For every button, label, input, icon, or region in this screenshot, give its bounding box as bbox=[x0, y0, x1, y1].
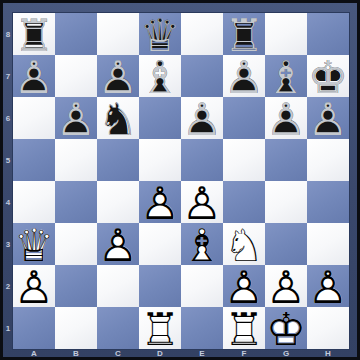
piece-black-rook[interactable]: ♜♖ bbox=[223, 13, 265, 55]
piece-white-queen[interactable]: ♛♕ bbox=[13, 223, 55, 265]
file-label: D bbox=[139, 349, 181, 358]
square-e1[interactable] bbox=[181, 307, 223, 349]
board-outer-frame: 87654321 ABCDEFGH ♜♖♛♕♜♖♟♙♟♙♝♗♟♙♝♗♚♔♟♙♞♘… bbox=[0, 0, 360, 360]
piece-white-knight[interactable]: ♞♘ bbox=[223, 223, 265, 265]
piece-black-pawn[interactable]: ♟♙ bbox=[181, 97, 223, 139]
square-f6[interactable] bbox=[223, 97, 265, 139]
square-f4[interactable] bbox=[223, 181, 265, 223]
square-b4[interactable] bbox=[55, 181, 97, 223]
square-e2[interactable] bbox=[181, 265, 223, 307]
square-d2[interactable] bbox=[139, 265, 181, 307]
square-g7[interactable]: ♝♗ bbox=[265, 55, 307, 97]
square-a2[interactable]: ♟♙ bbox=[13, 265, 55, 307]
rank-label: 5 bbox=[3, 139, 13, 181]
file-label: A bbox=[13, 349, 55, 358]
piece-white-bishop[interactable]: ♝♗ bbox=[181, 223, 223, 265]
square-c5[interactable] bbox=[97, 139, 139, 181]
square-h1[interactable] bbox=[307, 307, 349, 349]
square-b7[interactable] bbox=[55, 55, 97, 97]
piece-black-pawn[interactable]: ♟♙ bbox=[265, 97, 307, 139]
file-label: G bbox=[265, 349, 307, 358]
piece-white-pawn[interactable]: ♟♙ bbox=[13, 265, 55, 307]
piece-black-pawn[interactable]: ♟♙ bbox=[223, 55, 265, 97]
square-b3[interactable] bbox=[55, 223, 97, 265]
square-e7[interactable] bbox=[181, 55, 223, 97]
square-c7[interactable]: ♟♙ bbox=[97, 55, 139, 97]
square-f7[interactable]: ♟♙ bbox=[223, 55, 265, 97]
square-f8[interactable]: ♜♖ bbox=[223, 13, 265, 55]
square-e5[interactable] bbox=[181, 139, 223, 181]
piece-white-pawn[interactable]: ♟♙ bbox=[139, 181, 181, 223]
square-g5[interactable] bbox=[265, 139, 307, 181]
square-a7[interactable]: ♟♙ bbox=[13, 55, 55, 97]
piece-white-rook[interactable]: ♜♖ bbox=[223, 307, 265, 349]
piece-black-pawn[interactable]: ♟♙ bbox=[307, 97, 349, 139]
square-e8[interactable] bbox=[181, 13, 223, 55]
square-h4[interactable] bbox=[307, 181, 349, 223]
piece-white-pawn[interactable]: ♟♙ bbox=[223, 265, 265, 307]
square-h5[interactable] bbox=[307, 139, 349, 181]
square-d3[interactable] bbox=[139, 223, 181, 265]
piece-white-pawn[interactable]: ♟♙ bbox=[307, 265, 349, 307]
board-border: 87654321 ABCDEFGH ♜♖♛♕♜♖♟♙♟♙♝♗♟♙♝♗♚♔♟♙♞♘… bbox=[3, 3, 357, 357]
square-c6[interactable]: ♞♘ bbox=[97, 97, 139, 139]
piece-black-king[interactable]: ♚♔ bbox=[307, 55, 349, 97]
square-c3[interactable]: ♟♙ bbox=[97, 223, 139, 265]
square-d7[interactable]: ♝♗ bbox=[139, 55, 181, 97]
piece-black-bishop[interactable]: ♝♗ bbox=[265, 55, 307, 97]
square-b8[interactable] bbox=[55, 13, 97, 55]
square-f3[interactable]: ♞♘ bbox=[223, 223, 265, 265]
piece-black-rook[interactable]: ♜♖ bbox=[13, 13, 55, 55]
square-d6[interactable] bbox=[139, 97, 181, 139]
square-h3[interactable] bbox=[307, 223, 349, 265]
square-c8[interactable] bbox=[97, 13, 139, 55]
file-label: F bbox=[223, 349, 265, 358]
piece-white-rook[interactable]: ♜♖ bbox=[139, 307, 181, 349]
piece-white-pawn[interactable]: ♟♙ bbox=[265, 265, 307, 307]
piece-white-pawn[interactable]: ♟♙ bbox=[97, 223, 139, 265]
square-h6[interactable]: ♟♙ bbox=[307, 97, 349, 139]
piece-black-pawn[interactable]: ♟♙ bbox=[97, 55, 139, 97]
square-e3[interactable]: ♝♗ bbox=[181, 223, 223, 265]
square-d5[interactable] bbox=[139, 139, 181, 181]
rank-label: 1 bbox=[3, 307, 13, 349]
square-g8[interactable] bbox=[265, 13, 307, 55]
square-d8[interactable]: ♛♕ bbox=[139, 13, 181, 55]
square-f5[interactable] bbox=[223, 139, 265, 181]
piece-black-pawn[interactable]: ♟♙ bbox=[13, 55, 55, 97]
rank-label: 8 bbox=[3, 13, 13, 55]
square-f2[interactable]: ♟♙ bbox=[223, 265, 265, 307]
square-a1[interactable] bbox=[13, 307, 55, 349]
piece-white-pawn[interactable]: ♟♙ bbox=[181, 181, 223, 223]
square-c1[interactable] bbox=[97, 307, 139, 349]
square-a5[interactable] bbox=[13, 139, 55, 181]
piece-black-queen[interactable]: ♛♕ bbox=[139, 13, 181, 55]
square-h8[interactable] bbox=[307, 13, 349, 55]
file-label: E bbox=[181, 349, 223, 358]
square-a4[interactable] bbox=[13, 181, 55, 223]
square-g3[interactable] bbox=[265, 223, 307, 265]
square-b5[interactable] bbox=[55, 139, 97, 181]
square-h2[interactable]: ♟♙ bbox=[307, 265, 349, 307]
square-c2[interactable] bbox=[97, 265, 139, 307]
square-d1[interactable]: ♜♖ bbox=[139, 307, 181, 349]
rank-label: 7 bbox=[3, 55, 13, 97]
piece-black-knight[interactable]: ♞♘ bbox=[97, 97, 139, 139]
file-label: H bbox=[307, 349, 349, 358]
square-h7[interactable]: ♚♔ bbox=[307, 55, 349, 97]
square-b1[interactable] bbox=[55, 307, 97, 349]
piece-black-bishop[interactable]: ♝♗ bbox=[139, 55, 181, 97]
square-e6[interactable]: ♟♙ bbox=[181, 97, 223, 139]
square-a6[interactable] bbox=[13, 97, 55, 139]
square-c4[interactable] bbox=[97, 181, 139, 223]
square-g6[interactable]: ♟♙ bbox=[265, 97, 307, 139]
square-d4[interactable]: ♟♙ bbox=[139, 181, 181, 223]
square-g2[interactable]: ♟♙ bbox=[265, 265, 307, 307]
square-g1[interactable]: ♚♔ bbox=[265, 307, 307, 349]
square-f1[interactable]: ♜♖ bbox=[223, 307, 265, 349]
piece-black-pawn[interactable]: ♟♙ bbox=[55, 97, 97, 139]
rank-label: 6 bbox=[3, 97, 13, 139]
rank-label: 2 bbox=[3, 265, 13, 307]
square-a8[interactable]: ♜♖ bbox=[13, 13, 55, 55]
rank-label: 3 bbox=[3, 223, 13, 265]
square-b6[interactable]: ♟♙ bbox=[55, 97, 97, 139]
square-b2[interactable] bbox=[55, 265, 97, 307]
file-label: B bbox=[55, 349, 97, 358]
rank-label: 4 bbox=[3, 181, 13, 223]
square-e4[interactable]: ♟♙ bbox=[181, 181, 223, 223]
file-label: C bbox=[97, 349, 139, 358]
piece-white-king[interactable]: ♚♔ bbox=[265, 307, 307, 349]
square-a3[interactable]: ♛♕ bbox=[13, 223, 55, 265]
chess-board: ♜♖♛♕♜♖♟♙♟♙♝♗♟♙♝♗♚♔♟♙♞♘♟♙♟♙♟♙♟♙♟♙♛♕♟♙♝♗♞♘… bbox=[13, 13, 349, 349]
square-g4[interactable] bbox=[265, 181, 307, 223]
